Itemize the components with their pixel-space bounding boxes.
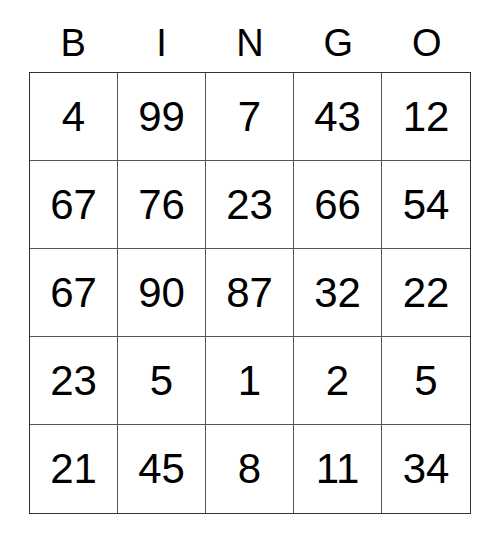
cell-r1c1[interactable]: 4: [30, 73, 118, 161]
bingo-card-page: B I N G O 4 99 7 43 12 67 76 23 66 54 67…: [0, 0, 500, 544]
bingo-header: B I N G O: [29, 0, 471, 72]
cell-r1c5[interactable]: 12: [382, 73, 470, 161]
cell-r4c4[interactable]: 2: [294, 337, 382, 425]
cell-r3c2[interactable]: 90: [118, 249, 206, 337]
cell-r5c1[interactable]: 21: [30, 425, 118, 513]
header-letter-i: I: [117, 24, 205, 72]
bingo-grid: 4 99 7 43 12 67 76 23 66 54 67 90 87 32 …: [29, 72, 471, 514]
cell-r2c1[interactable]: 67: [30, 161, 118, 249]
cell-r4c2[interactable]: 5: [118, 337, 206, 425]
cell-r3c3[interactable]: 87: [206, 249, 294, 337]
cell-r4c5[interactable]: 5: [382, 337, 470, 425]
cell-r5c5[interactable]: 34: [382, 425, 470, 513]
cell-r2c2[interactable]: 76: [118, 161, 206, 249]
cell-r4c1[interactable]: 23: [30, 337, 118, 425]
cell-r1c4[interactable]: 43: [294, 73, 382, 161]
cell-r2c5[interactable]: 54: [382, 161, 470, 249]
cell-r3c5[interactable]: 22: [382, 249, 470, 337]
header-letter-g: G: [294, 24, 382, 72]
header-letter-n: N: [206, 24, 294, 72]
cell-r3c1[interactable]: 67: [30, 249, 118, 337]
cell-r1c2[interactable]: 99: [118, 73, 206, 161]
header-letter-b: B: [29, 24, 117, 72]
cell-r3c4[interactable]: 32: [294, 249, 382, 337]
header-letter-o: O: [383, 24, 471, 72]
bingo-card: B I N G O 4 99 7 43 12 67 76 23 66 54 67…: [29, 0, 471, 514]
cell-r1c3[interactable]: 7: [206, 73, 294, 161]
cell-r2c3[interactable]: 23: [206, 161, 294, 249]
cell-r4c3[interactable]: 1: [206, 337, 294, 425]
cell-r2c4[interactable]: 66: [294, 161, 382, 249]
cell-r5c4[interactable]: 11: [294, 425, 382, 513]
cell-r5c3[interactable]: 8: [206, 425, 294, 513]
cell-r5c2[interactable]: 45: [118, 425, 206, 513]
